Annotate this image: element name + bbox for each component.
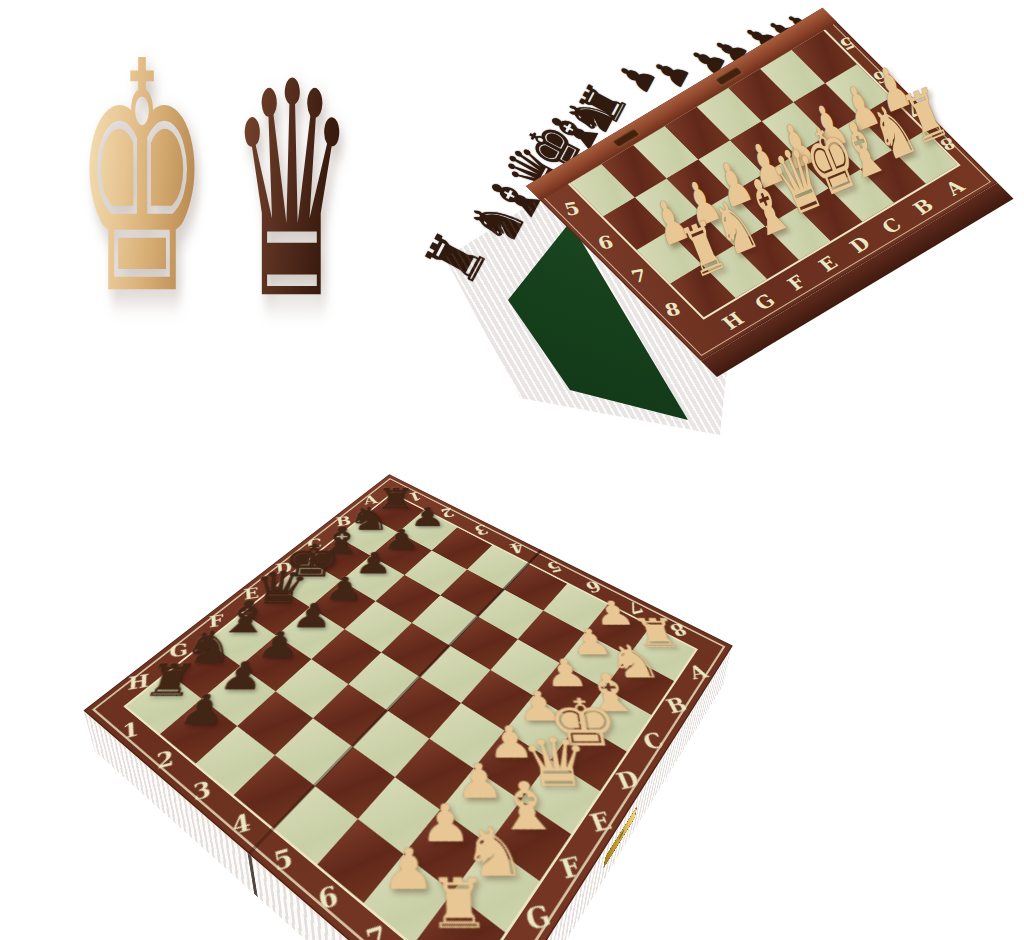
coordinate-label: A: [685, 660, 713, 684]
coordinate-label: 1: [122, 717, 140, 744]
coordinate-label: 3: [192, 775, 213, 806]
coordinate-label: 5: [561, 198, 582, 220]
coordinate-label: G: [522, 898, 555, 937]
coordinate-label: E: [586, 806, 616, 838]
hero-dark-queen: ♛: [229, 44, 355, 341]
open-board-top: 1122334455667788AABBCCDDEEFFGGHH ♜♟♟♜♞♟♟…: [83, 474, 732, 940]
coordinate-label: G: [750, 289, 780, 313]
coordinate-label: E: [814, 252, 842, 275]
coordinate-label: 8: [662, 298, 683, 320]
fold-seam-side: [248, 853, 258, 897]
folded-board-view: ♜♞♝♛♚♝♞♜♟♟♟♟♟♟♟ 56785678HGFEDCBA ♟♟♟♟♟♟♟…: [420, 0, 1024, 500]
open-board: 1122334455667788AABBCCDDEEFFGGHH ♜♟♟♜♞♟♟…: [83, 474, 732, 940]
coordinate-label: D: [612, 765, 644, 795]
coordinate-label: H: [717, 308, 748, 333]
coordinate-label: F: [782, 271, 810, 294]
hero-pieces-closeup: ♚ ♛: [0, 0, 420, 360]
hero-light-king: ♚: [75, 20, 209, 338]
coordinate-label: C: [639, 728, 668, 756]
open-board-view: 1122334455667788AABBCCDDEEFFGGHH ♜♟♟♜♞♟♟…: [0, 430, 1024, 940]
coordinate-label: 2: [156, 745, 175, 774]
coordinate-label: 4: [230, 808, 252, 841]
coordinate-label: 6: [315, 879, 341, 917]
coordinate-label: 5: [271, 842, 295, 877]
coordinate-label: A: [940, 176, 969, 200]
coordinate-label: D: [845, 232, 875, 257]
coordinate-label: F: [556, 850, 585, 885]
coordinate-label: 7: [628, 265, 649, 287]
coordinate-label: C: [877, 214, 906, 238]
coordinate-label: B: [662, 693, 692, 719]
coordinate-label: 6: [595, 231, 616, 253]
product-photo-stage: ♚ ♛ ♜♞♝♛♚♝♞♜♟♟♟♟♟♟♟ 56785678HGFEDCBA ♟♟♟…: [0, 0, 1024, 940]
coordinate-label: B: [908, 194, 938, 218]
